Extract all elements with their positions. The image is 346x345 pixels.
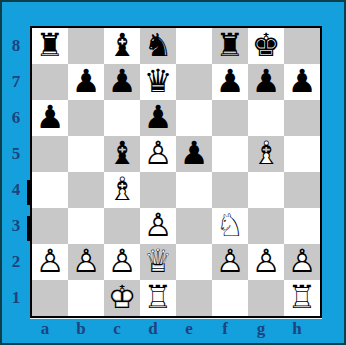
rank-label-4: 4 [2, 172, 30, 208]
chess-board: ♜♝♞♜♚♟♟♛♟♟♟♟♟♝♟♙♟♝♗♝♗♟♙♞♘♟♙♟♙♟♙♛♕♟♙♟♙♟♙♚… [30, 26, 322, 318]
square-e2[interactable] [176, 244, 212, 280]
file-label-c: c [104, 319, 140, 343]
square-h3[interactable] [284, 208, 320, 244]
black-pawn: ♟ [212, 64, 248, 100]
square-f3[interactable]: ♞♘ [212, 208, 248, 244]
square-f4[interactable] [212, 172, 248, 208]
piece-solid-glyph: ♟ [248, 64, 284, 100]
square-g3[interactable] [248, 208, 284, 244]
piece-outline-glyph: ♖ [140, 280, 176, 316]
rank-label-5: 5 [2, 136, 30, 172]
white-pawn: ♟♙ [140, 208, 176, 244]
black-bishop: ♝ [104, 136, 140, 172]
square-g7[interactable]: ♟ [248, 64, 284, 100]
rank-label-2: 2 [2, 244, 30, 280]
file-label-b: b [68, 319, 104, 343]
square-e6[interactable] [176, 100, 212, 136]
white-king: ♚♔ [104, 280, 140, 316]
square-c8[interactable]: ♝ [104, 28, 140, 64]
black-rook: ♜ [32, 28, 68, 64]
piece-solid-glyph: ♟ [104, 64, 140, 100]
piece-solid-glyph: ♟ [284, 64, 320, 100]
square-b5[interactable] [68, 136, 104, 172]
square-c4[interactable]: ♝♗ [104, 172, 140, 208]
rank-label-7: 7 [2, 64, 30, 100]
square-f5[interactable] [212, 136, 248, 172]
black-knight: ♞ [140, 28, 176, 64]
square-h4[interactable] [284, 172, 320, 208]
piece-outline-glyph: ♙ [68, 244, 104, 280]
file-label-h: h [284, 319, 320, 343]
square-h8[interactable] [284, 28, 320, 64]
square-g8[interactable]: ♚ [248, 28, 284, 64]
piece-solid-glyph: ♚ [248, 28, 284, 64]
file-labels: abcdefgh [32, 319, 320, 343]
black-pawn: ♟ [68, 64, 104, 100]
piece-solid-glyph: ♝ [104, 28, 140, 64]
square-e4[interactable] [176, 172, 212, 208]
square-e3[interactable] [176, 208, 212, 244]
black-rook: ♜ [212, 28, 248, 64]
square-c5[interactable]: ♝ [104, 136, 140, 172]
white-bishop: ♝♗ [248, 136, 284, 172]
piece-outline-glyph: ♘ [212, 208, 248, 244]
square-f1[interactable] [212, 280, 248, 316]
piece-solid-glyph: ♟ [212, 64, 248, 100]
square-b2[interactable]: ♟♙ [68, 244, 104, 280]
square-g6[interactable] [248, 100, 284, 136]
square-c2[interactable]: ♟♙ [104, 244, 140, 280]
white-pawn: ♟♙ [248, 244, 284, 280]
piece-solid-glyph: ♟ [140, 100, 176, 136]
white-bishop: ♝♗ [104, 172, 140, 208]
piece-outline-glyph: ♙ [104, 244, 140, 280]
piece-outline-glyph: ♙ [248, 244, 284, 280]
file-label-e: e [176, 319, 212, 343]
black-bishop: ♝ [104, 28, 140, 64]
square-a6[interactable]: ♟ [32, 100, 68, 136]
black-pawn: ♟ [284, 64, 320, 100]
square-d1[interactable]: ♜♖ [140, 280, 176, 316]
square-b7[interactable]: ♟ [68, 64, 104, 100]
black-pawn: ♟ [248, 64, 284, 100]
board-edge-tick [27, 180, 30, 205]
piece-solid-glyph: ♟ [68, 64, 104, 100]
black-queen: ♛ [140, 64, 176, 100]
piece-outline-glyph: ♙ [140, 136, 176, 172]
square-a3[interactable] [32, 208, 68, 244]
square-d7[interactable]: ♛ [140, 64, 176, 100]
square-f7[interactable]: ♟ [212, 64, 248, 100]
piece-solid-glyph: ♞ [140, 28, 176, 64]
square-d8[interactable]: ♞ [140, 28, 176, 64]
square-h2[interactable]: ♟♙ [284, 244, 320, 280]
white-pawn: ♟♙ [212, 244, 248, 280]
file-label-a: a [32, 319, 68, 343]
piece-solid-glyph: ♟ [32, 100, 68, 136]
square-c1[interactable]: ♚♔ [104, 280, 140, 316]
square-a5[interactable] [32, 136, 68, 172]
white-knight: ♞♘ [212, 208, 248, 244]
white-queen: ♛♕ [140, 244, 176, 280]
white-pawn: ♟♙ [68, 244, 104, 280]
rank-label-6: 6 [2, 100, 30, 136]
square-c3[interactable] [104, 208, 140, 244]
piece-outline-glyph: ♗ [104, 172, 140, 208]
square-c6[interactable] [104, 100, 140, 136]
square-b4[interactable] [68, 172, 104, 208]
piece-outline-glyph: ♙ [212, 244, 248, 280]
square-g2[interactable]: ♟♙ [248, 244, 284, 280]
white-rook: ♜♖ [284, 280, 320, 316]
piece-outline-glyph: ♙ [32, 244, 68, 280]
square-f8[interactable]: ♜ [212, 28, 248, 64]
square-a4[interactable] [32, 172, 68, 208]
piece-outline-glyph: ♕ [140, 244, 176, 280]
black-pawn: ♟ [32, 100, 68, 136]
square-h7[interactable]: ♟ [284, 64, 320, 100]
piece-solid-glyph: ♟ [176, 136, 212, 172]
white-rook: ♜♖ [140, 280, 176, 316]
file-label-g: g [248, 319, 284, 343]
file-label-f: f [212, 319, 248, 343]
square-b6[interactable] [68, 100, 104, 136]
piece-solid-glyph: ♜ [212, 28, 248, 64]
piece-solid-glyph: ♛ [140, 64, 176, 100]
square-h1[interactable]: ♜♖ [284, 280, 320, 316]
square-d2[interactable]: ♛♕ [140, 244, 176, 280]
square-g1[interactable] [248, 280, 284, 316]
file-label-d: d [140, 319, 176, 343]
square-b1[interactable] [68, 280, 104, 316]
rank-label-1: 1 [2, 280, 30, 316]
square-a8[interactable]: ♜ [32, 28, 68, 64]
white-pawn: ♟♙ [32, 244, 68, 280]
square-a2[interactable]: ♟♙ [32, 244, 68, 280]
piece-outline-glyph: ♙ [284, 244, 320, 280]
piece-solid-glyph: ♝ [104, 136, 140, 172]
square-e1[interactable] [176, 280, 212, 316]
square-h6[interactable] [284, 100, 320, 136]
square-h5[interactable] [284, 136, 320, 172]
square-g5[interactable]: ♝♗ [248, 136, 284, 172]
square-g4[interactable] [248, 172, 284, 208]
square-f2[interactable]: ♟♙ [212, 244, 248, 280]
square-b3[interactable] [68, 208, 104, 244]
white-pawn: ♟♙ [104, 244, 140, 280]
rank-label-3: 3 [2, 208, 30, 244]
chess-diagram-window: 87654321 ♜♝♞♜♚♟♟♛♟♟♟♟♟♝♟♙♟♝♗♝♗♟♙♞♘♟♙♟♙♟♙… [0, 0, 346, 345]
piece-outline-glyph: ♗ [248, 136, 284, 172]
black-pawn: ♟ [140, 100, 176, 136]
board-edge-tick [27, 216, 30, 241]
square-b8[interactable] [68, 28, 104, 64]
white-pawn: ♟♙ [284, 244, 320, 280]
square-f6[interactable] [212, 100, 248, 136]
piece-outline-glyph: ♔ [104, 280, 140, 316]
square-a1[interactable] [32, 280, 68, 316]
black-king: ♚ [248, 28, 284, 64]
square-d6[interactable]: ♟ [140, 100, 176, 136]
square-d4[interactable] [140, 172, 176, 208]
white-pawn: ♟♙ [140, 136, 176, 172]
piece-outline-glyph: ♖ [284, 280, 320, 316]
square-e5[interactable]: ♟ [176, 136, 212, 172]
black-pawn: ♟ [176, 136, 212, 172]
square-c7[interactable]: ♟ [104, 64, 140, 100]
square-d5[interactable]: ♟♙ [140, 136, 176, 172]
square-a7[interactable] [32, 64, 68, 100]
rank-label-8: 8 [2, 28, 30, 64]
piece-solid-glyph: ♜ [32, 28, 68, 64]
piece-outline-glyph: ♙ [140, 208, 176, 244]
square-e8[interactable] [176, 28, 212, 64]
square-e7[interactable] [176, 64, 212, 100]
black-pawn: ♟ [104, 64, 140, 100]
square-d3[interactable]: ♟♙ [140, 208, 176, 244]
rank-labels: 87654321 [2, 28, 30, 316]
